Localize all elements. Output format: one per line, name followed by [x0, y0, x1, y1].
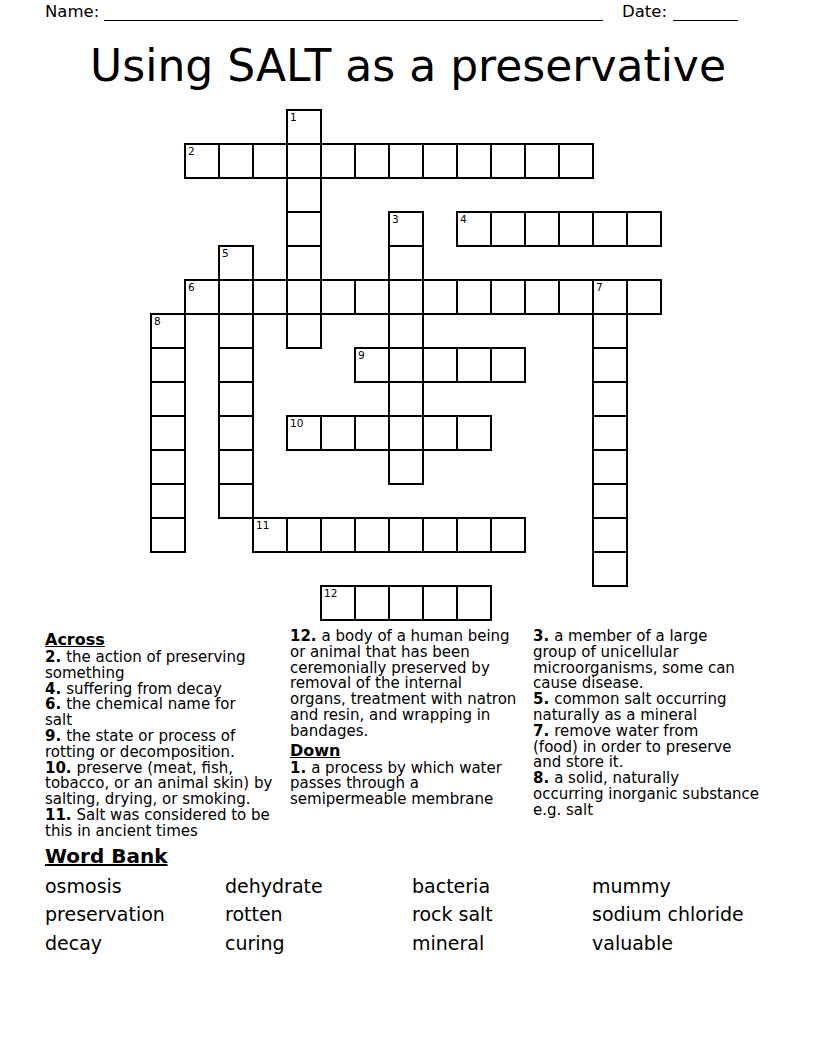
- grid-cell[interactable]: 3: [388, 211, 424, 247]
- grid-cell[interactable]: [320, 143, 356, 179]
- grid-cell[interactable]: 7: [592, 279, 628, 315]
- grid-cell[interactable]: [592, 449, 628, 485]
- grid-cell[interactable]: 12: [320, 585, 356, 621]
- grid-cell[interactable]: 1: [286, 109, 322, 145]
- grid-cell[interactable]: [388, 415, 424, 451]
- clue-text: the action of preserving something: [45, 648, 246, 682]
- clue-number: 8: [154, 315, 161, 327]
- grid-cell[interactable]: [320, 415, 356, 451]
- clue-text: the state or process of rotting or decom…: [45, 727, 235, 761]
- grid-cell[interactable]: 6: [184, 279, 220, 315]
- word-bank-heading: Word Bank: [45, 845, 792, 867]
- clue-text: the chemical name for salt: [45, 695, 236, 729]
- grid-cell[interactable]: [592, 551, 628, 587]
- clue-number: 7: [596, 281, 603, 293]
- grid-cell[interactable]: [320, 279, 356, 315]
- grid-cell[interactable]: [524, 279, 560, 315]
- grid-cell[interactable]: [150, 347, 186, 383]
- word-bank-item: rotten: [225, 904, 412, 924]
- grid-cell[interactable]: [150, 381, 186, 417]
- grid-cell[interactable]: [592, 347, 628, 383]
- grid-cell[interactable]: [456, 279, 492, 315]
- grid-cell[interactable]: [490, 143, 526, 179]
- clue-item: 8.a solid, naturally occurring inorganic…: [533, 771, 776, 818]
- word-bank-item: sodium chloride: [592, 904, 792, 924]
- word-bank: Word Bank osmosisdehydratebacteriamummyp…: [45, 845, 792, 953]
- grid-cell[interactable]: [218, 449, 254, 485]
- clue-item: 10.preserve (meat, fish, tobacco, or an …: [45, 761, 290, 808]
- word-bank-item: valuable: [592, 933, 792, 953]
- grid-cell[interactable]: [592, 313, 628, 349]
- grid-cell[interactable]: [354, 279, 390, 315]
- grid-cell[interactable]: [524, 211, 560, 247]
- clue-item: 11.Salt was considered to be this in anc…: [45, 808, 290, 840]
- grid-cell[interactable]: [422, 143, 458, 179]
- grid-cell[interactable]: [490, 347, 526, 383]
- grid-cell[interactable]: [218, 313, 254, 349]
- grid-cell[interactable]: [354, 517, 390, 553]
- date-input-line[interactable]: [673, 4, 738, 21]
- clue-number: 1: [290, 111, 297, 123]
- word-bank-item: mummy: [592, 876, 792, 896]
- clue-text: a solid, naturally occurring inorganic s…: [533, 769, 759, 819]
- crossword-grid: 123456789101112: [150, 109, 662, 621]
- grid-cell[interactable]: [456, 517, 492, 553]
- clue-text: Salt was considered to be this in ancien…: [45, 806, 270, 840]
- clue-item: 5.common salt occurring naturally as a m…: [533, 692, 776, 724]
- clue-text: remove water from (food) in order to pre…: [533, 722, 732, 772]
- clue-text: preserve (meat, fish, tobacco, or an ani…: [45, 759, 272, 809]
- grid-cell[interactable]: [150, 483, 186, 519]
- grid-cell[interactable]: [388, 143, 424, 179]
- grid-cell[interactable]: [558, 143, 594, 179]
- clue-list-heading: Across: [45, 630, 290, 649]
- clue-item: 2.the action of preserving something: [45, 650, 290, 682]
- grid-cell[interactable]: [456, 143, 492, 179]
- grid-cell[interactable]: [524, 143, 560, 179]
- clue-text: a process by which water passes through …: [290, 759, 502, 809]
- word-bank-item: osmosis: [45, 876, 225, 896]
- clue-text: a member of a large group of unicellular…: [533, 627, 735, 692]
- grid-cell[interactable]: [218, 143, 254, 179]
- clue-column: 3.a member of a large group of unicellul…: [533, 629, 776, 840]
- grid-cell[interactable]: [490, 279, 526, 315]
- grid-cell[interactable]: 2: [184, 143, 220, 179]
- grid-cell[interactable]: [252, 143, 288, 179]
- grid-cell[interactable]: [150, 517, 186, 553]
- clue-number: 5: [222, 247, 229, 259]
- word-bank-item: dehydrate: [225, 876, 412, 896]
- clue-number: 2: [188, 145, 195, 157]
- grid-cell[interactable]: [456, 415, 492, 451]
- grid-cell[interactable]: [422, 347, 458, 383]
- grid-cell[interactable]: [354, 585, 390, 621]
- clue-column: 12.a body of a human being or animal tha…: [290, 629, 533, 840]
- grid-cell[interactable]: [388, 279, 424, 315]
- clue-number: 12: [324, 587, 337, 599]
- grid-cell[interactable]: [422, 415, 458, 451]
- word-bank-item: bacteria: [412, 876, 592, 896]
- grid-cell[interactable]: [286, 143, 322, 179]
- page-title: Using SALT as a preservative: [0, 40, 816, 91]
- grid-cell[interactable]: [490, 211, 526, 247]
- clues-section: Across2.the action of preserving somethi…: [45, 629, 776, 840]
- clue-item: 9.the state or process of rotting or dec…: [45, 729, 290, 761]
- grid-cell[interactable]: [320, 517, 356, 553]
- clue-item: 6.the chemical name for salt: [45, 697, 290, 729]
- word-bank-item: decay: [45, 933, 225, 953]
- clue-item: 3.a member of a large group of unicellul…: [533, 629, 776, 692]
- grid-cell[interactable]: [218, 415, 254, 451]
- grid-cell[interactable]: [218, 279, 254, 315]
- grid-cell[interactable]: [592, 211, 628, 247]
- clue-number: 4: [460, 213, 467, 225]
- clue-text: a body of a human being or animal that h…: [290, 627, 516, 740]
- grid-cell[interactable]: [286, 279, 322, 315]
- word-bank-item: mineral: [412, 933, 592, 953]
- clue-number: 10: [290, 417, 303, 429]
- clue-number: 6: [188, 281, 195, 293]
- clue-item: 12.a body of a human being or animal tha…: [290, 629, 533, 740]
- word-bank-item: preservation: [45, 904, 225, 924]
- grid-cell[interactable]: [490, 517, 526, 553]
- grid-cell[interactable]: [388, 517, 424, 553]
- grid-cell[interactable]: [218, 483, 254, 519]
- worksheet-header: Name: Date:: [45, 3, 738, 21]
- grid-cell[interactable]: [286, 313, 322, 349]
- grid-cell[interactable]: [252, 279, 288, 315]
- grid-cell[interactable]: [422, 279, 458, 315]
- grid-cell[interactable]: [626, 279, 662, 315]
- grid-cell[interactable]: [388, 449, 424, 485]
- grid-cell[interactable]: [286, 517, 322, 553]
- word-bank-item: rock salt: [412, 904, 592, 924]
- clue-item: 1.a process by which water passes throug…: [290, 761, 533, 808]
- clue-list-heading: Down: [290, 741, 533, 760]
- grid-cell[interactable]: [456, 347, 492, 383]
- grid-cell[interactable]: [388, 585, 424, 621]
- name-label: Name:: [45, 3, 99, 21]
- grid-cell[interactable]: [592, 517, 628, 553]
- grid-cell[interactable]: [592, 483, 628, 519]
- grid-cell[interactable]: [388, 347, 424, 383]
- grid-cell[interactable]: [558, 279, 594, 315]
- grid-cell[interactable]: 10: [286, 415, 322, 451]
- clue-number: 11: [256, 519, 269, 531]
- name-input-line[interactable]: [104, 4, 603, 21]
- grid-cell[interactable]: [422, 517, 458, 553]
- clue-number: 3: [392, 213, 399, 225]
- grid-cell[interactable]: 5: [218, 245, 254, 281]
- clue-column: Across2.the action of preserving somethi…: [45, 629, 290, 840]
- grid-cell[interactable]: [218, 347, 254, 383]
- grid-cell[interactable]: [286, 245, 322, 281]
- grid-cell[interactable]: [286, 177, 322, 213]
- grid-cell[interactable]: [456, 585, 492, 621]
- grid-cell[interactable]: [558, 211, 594, 247]
- grid-cell[interactable]: [354, 143, 390, 179]
- grid-cell[interactable]: [626, 211, 662, 247]
- grid-cell[interactable]: [150, 415, 186, 451]
- grid-cell[interactable]: 11: [252, 517, 288, 553]
- clue-text: common salt occurring naturally as a min…: [533, 690, 727, 724]
- grid-cell[interactable]: [388, 381, 424, 417]
- grid-cell[interactable]: [388, 313, 424, 349]
- word-bank-item: curing: [225, 933, 412, 953]
- grid-cell[interactable]: 9: [354, 347, 390, 383]
- grid-cell[interactable]: [354, 415, 390, 451]
- grid-cell[interactable]: 4: [456, 211, 492, 247]
- grid-cell[interactable]: 8: [150, 313, 186, 349]
- grid-cell[interactable]: [592, 415, 628, 451]
- date-label: Date:: [622, 3, 667, 21]
- grid-cell[interactable]: [388, 245, 424, 281]
- grid-cell[interactable]: [286, 211, 322, 247]
- clue-item: 7.remove water from (food) in order to p…: [533, 724, 776, 771]
- word-bank-grid: osmosisdehydratebacteriamummypreservatio…: [45, 876, 792, 953]
- grid-cell[interactable]: [422, 585, 458, 621]
- grid-cell[interactable]: [592, 381, 628, 417]
- clue-number: 9: [358, 349, 365, 361]
- grid-cell[interactable]: [150, 449, 186, 485]
- grid-cell[interactable]: [218, 381, 254, 417]
